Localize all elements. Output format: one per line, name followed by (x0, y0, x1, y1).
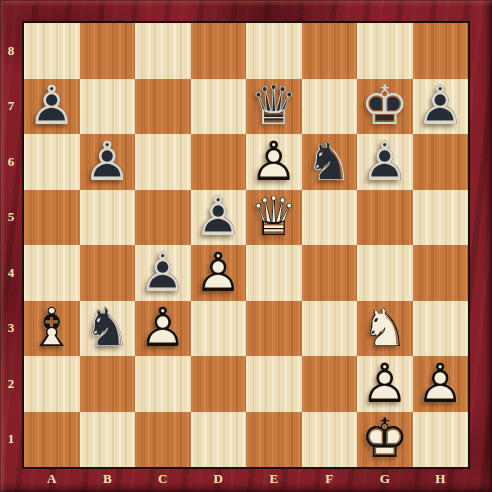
rank-label-3: 3 (0, 301, 22, 357)
black-pawn-outline: ♙ (357, 134, 413, 190)
piece-black-knight[interactable]: ♞♘ (80, 301, 136, 357)
rank-label-7: 7 (0, 79, 22, 135)
piece-black-pawn[interactable]: ♟♙ (413, 79, 469, 135)
board-frame: 87654321 ABCDEFGH ♟♙♛♕♚♔♟♙♟♙♟♙♞♘♟♙♟♙♛♕♟♙… (0, 0, 492, 492)
square-g4[interactable] (357, 245, 413, 301)
black-pawn-outline: ♙ (191, 190, 247, 246)
square-b1[interactable] (80, 412, 136, 468)
file-label-a: A (24, 468, 80, 490)
piece-black-knight[interactable]: ♞♘ (302, 134, 358, 190)
chess-board: ♟♙♛♕♚♔♟♙♟♙♟♙♞♘♟♙♟♙♛♕♟♙♟♙♝♗♞♘♟♙♞♘♟♙♟♙♚♔ (22, 21, 470, 469)
square-a3[interactable]: ♝♗ (24, 301, 80, 357)
file-label-h: H (413, 468, 469, 490)
square-b5[interactable] (80, 190, 136, 246)
square-f7[interactable] (302, 79, 358, 135)
square-c2[interactable] (135, 356, 191, 412)
square-h4[interactable] (413, 245, 469, 301)
piece-black-queen[interactable]: ♛♕ (246, 79, 302, 135)
white-pawn-outline: ♙ (191, 245, 247, 301)
black-pawn-outline: ♙ (413, 79, 469, 135)
white-knight-outline: ♘ (357, 301, 413, 357)
piece-white-pawn[interactable]: ♟♙ (191, 245, 247, 301)
white-pawn-outline: ♙ (357, 356, 413, 412)
file-label-c: C (135, 468, 191, 490)
piece-white-pawn[interactable]: ♟♙ (357, 356, 413, 412)
square-c8[interactable] (135, 23, 191, 79)
square-f8[interactable] (302, 23, 358, 79)
file-label-e: E (246, 468, 302, 490)
white-queen-outline: ♕ (246, 190, 302, 246)
square-f2[interactable] (302, 356, 358, 412)
rank-label-5: 5 (0, 190, 22, 246)
square-d4[interactable]: ♟♙ (191, 245, 247, 301)
square-d8[interactable] (191, 23, 247, 79)
square-b6[interactable]: ♟♙ (80, 134, 136, 190)
piece-black-king[interactable]: ♚♔ (357, 79, 413, 135)
square-e3[interactable] (246, 301, 302, 357)
square-f1[interactable] (302, 412, 358, 468)
square-d2[interactable] (191, 356, 247, 412)
square-b7[interactable] (80, 79, 136, 135)
file-label-d: D (191, 468, 247, 490)
square-e4[interactable] (246, 245, 302, 301)
square-c4[interactable]: ♟♙ (135, 245, 191, 301)
white-king-outline: ♔ (357, 412, 413, 468)
piece-black-pawn[interactable]: ♟♙ (24, 79, 80, 135)
square-d1[interactable] (191, 412, 247, 468)
square-g5[interactable] (357, 190, 413, 246)
square-f6[interactable]: ♞♘ (302, 134, 358, 190)
black-knight-outline: ♘ (302, 134, 358, 190)
white-bishop-outline: ♗ (24, 301, 80, 357)
piece-white-bishop[interactable]: ♝♗ (24, 301, 80, 357)
square-a7[interactable]: ♟♙ (24, 79, 80, 135)
black-pawn-outline: ♙ (80, 134, 136, 190)
black-pawn-outline: ♙ (24, 79, 80, 135)
rank-label-1: 1 (0, 412, 22, 468)
square-h7[interactable]: ♟♙ (413, 79, 469, 135)
piece-white-pawn[interactable]: ♟♙ (246, 134, 302, 190)
square-b3[interactable]: ♞♘ (80, 301, 136, 357)
square-a5[interactable] (24, 190, 80, 246)
square-b8[interactable] (80, 23, 136, 79)
square-g8[interactable] (357, 23, 413, 79)
square-c3[interactable]: ♟♙ (135, 301, 191, 357)
file-labels: ABCDEFGH (24, 468, 468, 490)
square-h3[interactable] (413, 301, 469, 357)
square-c5[interactable] (135, 190, 191, 246)
rank-label-2: 2 (0, 356, 22, 412)
rank-labels: 87654321 (0, 23, 22, 467)
square-a2[interactable] (24, 356, 80, 412)
square-g2[interactable]: ♟♙ (357, 356, 413, 412)
square-h6[interactable] (413, 134, 469, 190)
square-h1[interactable] (413, 412, 469, 468)
square-a4[interactable] (24, 245, 80, 301)
white-pawn-outline: ♙ (135, 301, 191, 357)
square-f5[interactable] (302, 190, 358, 246)
square-c7[interactable] (135, 79, 191, 135)
square-g7[interactable]: ♚♔ (357, 79, 413, 135)
square-d6[interactable] (191, 134, 247, 190)
black-queen-outline: ♕ (246, 79, 302, 135)
piece-white-pawn[interactable]: ♟♙ (413, 356, 469, 412)
square-b2[interactable] (80, 356, 136, 412)
black-pawn-outline: ♙ (135, 245, 191, 301)
square-e8[interactable] (246, 23, 302, 79)
square-f3[interactable] (302, 301, 358, 357)
white-pawn-outline: ♙ (413, 356, 469, 412)
square-e6[interactable]: ♟♙ (246, 134, 302, 190)
square-f4[interactable] (302, 245, 358, 301)
black-knight-outline: ♘ (80, 301, 136, 357)
square-g1[interactable]: ♚♔ (357, 412, 413, 468)
rank-label-8: 8 (0, 23, 22, 79)
square-d5[interactable]: ♟♙ (191, 190, 247, 246)
square-g6[interactable]: ♟♙ (357, 134, 413, 190)
piece-black-pawn[interactable]: ♟♙ (357, 134, 413, 190)
piece-white-knight[interactable]: ♞♘ (357, 301, 413, 357)
square-e1[interactable] (246, 412, 302, 468)
square-d7[interactable] (191, 79, 247, 135)
square-e5[interactable]: ♛♕ (246, 190, 302, 246)
square-e2[interactable] (246, 356, 302, 412)
square-g3[interactable]: ♞♘ (357, 301, 413, 357)
square-e7[interactable]: ♛♕ (246, 79, 302, 135)
piece-black-pawn[interactable]: ♟♙ (191, 190, 247, 246)
piece-white-queen[interactable]: ♛♕ (246, 190, 302, 246)
square-a8[interactable] (24, 23, 80, 79)
square-a1[interactable] (24, 412, 80, 468)
file-label-g: G (357, 468, 413, 490)
square-h5[interactable] (413, 190, 469, 246)
piece-black-pawn[interactable]: ♟♙ (135, 245, 191, 301)
file-label-b: B (80, 468, 136, 490)
square-b4[interactable] (80, 245, 136, 301)
rank-label-4: 4 (0, 245, 22, 301)
rank-label-6: 6 (0, 134, 22, 190)
square-h2[interactable]: ♟♙ (413, 356, 469, 412)
white-pawn-outline: ♙ (246, 134, 302, 190)
square-c1[interactable] (135, 412, 191, 468)
file-label-f: F (302, 468, 358, 490)
black-king-outline: ♔ (357, 79, 413, 135)
square-d3[interactable] (191, 301, 247, 357)
piece-white-pawn[interactable]: ♟♙ (135, 301, 191, 357)
square-h8[interactable] (413, 23, 469, 79)
square-c6[interactable] (135, 134, 191, 190)
piece-black-pawn[interactable]: ♟♙ (80, 134, 136, 190)
piece-white-king[interactable]: ♚♔ (357, 412, 413, 468)
square-a6[interactable] (24, 134, 80, 190)
